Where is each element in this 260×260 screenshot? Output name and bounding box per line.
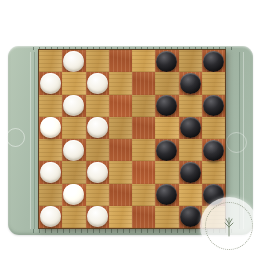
square-r5c1[interactable] bbox=[39, 139, 62, 161]
square-r3c1[interactable] bbox=[39, 95, 62, 117]
black-piece[interactable] bbox=[156, 51, 177, 72]
white-piece[interactable] bbox=[40, 117, 61, 138]
square-r6c8[interactable] bbox=[202, 161, 225, 183]
black-piece[interactable] bbox=[180, 162, 201, 183]
mat-emblem-circle bbox=[6, 128, 25, 147]
black-piece[interactable] bbox=[203, 140, 224, 161]
square-r2c7[interactable] bbox=[179, 72, 202, 94]
square-r8c3[interactable] bbox=[86, 206, 109, 228]
square-r2c1[interactable] bbox=[39, 72, 62, 94]
square-r6c2[interactable] bbox=[62, 161, 85, 183]
square-r6c6[interactable] bbox=[155, 161, 178, 183]
square-r7c5[interactable] bbox=[132, 184, 155, 206]
square-r2c3[interactable] bbox=[86, 72, 109, 94]
white-piece[interactable] bbox=[87, 73, 108, 94]
product-photo bbox=[0, 0, 260, 260]
board bbox=[38, 49, 226, 229]
square-r4c8[interactable] bbox=[202, 117, 225, 139]
black-piece[interactable] bbox=[156, 184, 177, 205]
square-r1c5[interactable] bbox=[132, 50, 155, 72]
square-r5c5[interactable] bbox=[132, 139, 155, 161]
mat-grid-line bbox=[34, 52, 35, 229]
square-r1c2[interactable] bbox=[62, 50, 85, 72]
square-r4c4[interactable] bbox=[109, 117, 132, 139]
square-r7c4[interactable] bbox=[109, 184, 132, 206]
square-r6c4[interactable] bbox=[109, 161, 132, 183]
square-r4c5[interactable] bbox=[132, 117, 155, 139]
square-r8c1[interactable] bbox=[39, 206, 62, 228]
square-r2c2[interactable] bbox=[62, 72, 85, 94]
square-r8c4[interactable] bbox=[109, 206, 132, 228]
square-r4c3[interactable] bbox=[86, 117, 109, 139]
square-r2c8[interactable] bbox=[202, 72, 225, 94]
mat-grid-line bbox=[30, 52, 31, 229]
black-piece[interactable] bbox=[203, 51, 224, 72]
square-r5c4[interactable] bbox=[109, 139, 132, 161]
square-r7c2[interactable] bbox=[62, 184, 85, 206]
square-r3c4[interactable] bbox=[109, 95, 132, 117]
square-r3c2[interactable] bbox=[62, 95, 85, 117]
square-r8c7[interactable] bbox=[179, 206, 202, 228]
square-r1c1[interactable] bbox=[39, 50, 62, 72]
black-piece[interactable] bbox=[180, 73, 201, 94]
square-r3c7[interactable] bbox=[179, 95, 202, 117]
white-piece[interactable] bbox=[63, 140, 84, 161]
white-piece[interactable] bbox=[87, 206, 108, 227]
black-piece[interactable] bbox=[203, 95, 224, 116]
white-piece[interactable] bbox=[87, 117, 108, 138]
white-piece[interactable] bbox=[40, 206, 61, 227]
white-piece[interactable] bbox=[40, 73, 61, 94]
square-r5c8[interactable] bbox=[202, 139, 225, 161]
square-r6c5[interactable] bbox=[132, 161, 155, 183]
square-r3c3[interactable] bbox=[86, 95, 109, 117]
square-r6c3[interactable] bbox=[86, 161, 109, 183]
square-r6c7[interactable] bbox=[179, 161, 202, 183]
white-piece[interactable] bbox=[63, 95, 84, 116]
square-r7c1[interactable] bbox=[39, 184, 62, 206]
square-r8c2[interactable] bbox=[62, 206, 85, 228]
square-r5c7[interactable] bbox=[179, 139, 202, 161]
white-piece[interactable] bbox=[63, 51, 84, 72]
mat-emblem-circle bbox=[226, 132, 247, 153]
square-r8c6[interactable] bbox=[155, 206, 178, 228]
square-r3c6[interactable] bbox=[155, 95, 178, 117]
square-r4c6[interactable] bbox=[155, 117, 178, 139]
square-r1c6[interactable] bbox=[155, 50, 178, 72]
square-r4c1[interactable] bbox=[39, 117, 62, 139]
square-r1c3[interactable] bbox=[86, 50, 109, 72]
black-piece[interactable] bbox=[180, 117, 201, 138]
square-r5c2[interactable] bbox=[62, 139, 85, 161]
watermark-stamp bbox=[200, 197, 258, 255]
square-r7c3[interactable] bbox=[86, 184, 109, 206]
square-r2c6[interactable] bbox=[155, 72, 178, 94]
square-r7c6[interactable] bbox=[155, 184, 178, 206]
square-r1c4[interactable] bbox=[109, 50, 132, 72]
square-r2c4[interactable] bbox=[109, 72, 132, 94]
square-r4c2[interactable] bbox=[62, 117, 85, 139]
square-r5c6[interactable] bbox=[155, 139, 178, 161]
white-piece[interactable] bbox=[40, 162, 61, 183]
black-piece[interactable] bbox=[156, 140, 177, 161]
square-r2c5[interactable] bbox=[132, 72, 155, 94]
white-piece[interactable] bbox=[63, 184, 84, 205]
square-r3c5[interactable] bbox=[132, 95, 155, 117]
square-r4c7[interactable] bbox=[179, 117, 202, 139]
watermark-ring bbox=[205, 202, 253, 250]
square-r6c1[interactable] bbox=[39, 161, 62, 183]
square-r8c5[interactable] bbox=[132, 206, 155, 228]
square-r1c8[interactable] bbox=[202, 50, 225, 72]
square-r5c3[interactable] bbox=[86, 139, 109, 161]
black-piece[interactable] bbox=[180, 206, 201, 227]
square-r3c8[interactable] bbox=[202, 95, 225, 117]
black-piece[interactable] bbox=[156, 95, 177, 116]
square-r1c7[interactable] bbox=[179, 50, 202, 72]
white-piece[interactable] bbox=[87, 162, 108, 183]
square-r7c7[interactable] bbox=[179, 184, 202, 206]
